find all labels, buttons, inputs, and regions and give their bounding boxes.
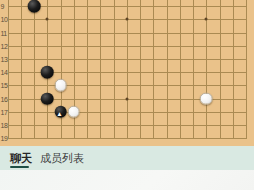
row-coordinate-label: 9 [1, 3, 4, 10]
grid-line-horizontal [8, 112, 247, 113]
row-coordinate-label: 19 [1, 135, 8, 142]
grid-line-vertical [61, 0, 62, 139]
grid-line-horizontal [8, 85, 247, 86]
row-coordinate-label: 14 [1, 69, 8, 76]
go-board[interactable]: 910111213141516171819▲ [0, 0, 254, 146]
active-tab-underline [10, 166, 29, 169]
grid-line-vertical [87, 0, 88, 139]
grid-line-horizontal [8, 33, 247, 34]
tab-member-list[interactable]: 成员列表 [40, 146, 84, 170]
grid-line-vertical [233, 0, 234, 139]
row-coordinate-label: 18 [1, 122, 8, 129]
grid-line-vertical [220, 0, 221, 139]
black-stone [41, 66, 54, 79]
grid-line-vertical [167, 0, 168, 139]
black-stone: ▲ [54, 106, 67, 119]
black-stone [28, 0, 41, 12]
star-point [46, 18, 49, 21]
star-point [205, 18, 208, 21]
chat-panel [0, 170, 254, 190]
grid-line-horizontal [8, 6, 247, 7]
black-stone [41, 92, 54, 105]
grid-line-vertical [140, 0, 141, 139]
row-coordinate-label: 12 [1, 42, 8, 49]
white-stone [200, 92, 213, 105]
grid-line-vertical [114, 0, 115, 139]
grid-line-vertical [34, 0, 35, 139]
grid-line-vertical [193, 0, 194, 139]
white-stone [68, 106, 81, 119]
row-coordinate-label: 17 [1, 108, 8, 115]
row-coordinate-label: 13 [1, 56, 8, 63]
tab-member-list-label: 成员列表 [40, 151, 84, 166]
grid-line-vertical [246, 0, 247, 139]
row-coordinate-label: 16 [1, 95, 8, 102]
grid-line-vertical [8, 0, 9, 139]
row-coordinate-label: 11 [1, 29, 7, 36]
grid-line-horizontal [8, 59, 247, 60]
tab-bar: 聊天 成员列表 [0, 146, 254, 170]
last-move-triangle-marker: ▲ [56, 110, 62, 117]
white-stone [54, 79, 67, 92]
tab-chat-label: 聊天 [10, 151, 32, 166]
star-point [125, 18, 128, 21]
star-point [125, 97, 128, 100]
grid-line-horizontal [8, 138, 247, 139]
grid-line-vertical [21, 0, 22, 139]
row-coordinate-label: 10 [1, 16, 8, 23]
grid-line-vertical [100, 0, 101, 139]
grid-line-horizontal [8, 125, 247, 126]
grid-line-horizontal [8, 46, 247, 47]
grid-line-vertical [153, 0, 154, 139]
grid-line-vertical [180, 0, 181, 139]
row-coordinate-label: 15 [1, 82, 8, 89]
grid-line-vertical [74, 0, 75, 139]
go-app-screen: 910111213141516171819▲ 聊天 成员列表 [0, 0, 254, 190]
